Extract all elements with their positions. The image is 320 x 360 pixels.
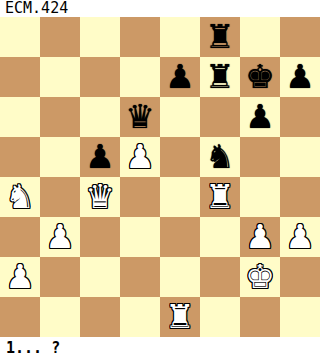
square-b6[interactable] — [40, 97, 80, 137]
square-a4[interactable]: ♞ — [0, 177, 40, 217]
square-g7[interactable]: ♚ — [240, 57, 280, 97]
square-c7[interactable] — [80, 57, 120, 97]
square-h8[interactable] — [280, 17, 320, 57]
square-f8[interactable]: ♜ — [200, 17, 240, 57]
square-a1[interactable] — [0, 297, 40, 337]
square-d1[interactable] — [120, 297, 160, 337]
square-a2[interactable]: ♟ — [0, 257, 40, 297]
square-f4[interactable]: ♜ — [200, 177, 240, 217]
square-e3[interactable] — [160, 217, 200, 257]
white-pawn[interactable]: ♟ — [45, 217, 75, 257]
square-f6[interactable] — [200, 97, 240, 137]
square-e4[interactable] — [160, 177, 200, 217]
square-b8[interactable] — [40, 17, 80, 57]
square-h3[interactable]: ♟ — [280, 217, 320, 257]
square-g5[interactable] — [240, 137, 280, 177]
white-pawn[interactable]: ♟ — [245, 217, 275, 257]
square-c1[interactable] — [80, 297, 120, 337]
square-a8[interactable] — [0, 17, 40, 57]
square-g1[interactable] — [240, 297, 280, 337]
black-pawn[interactable]: ♟ — [285, 57, 315, 97]
square-d7[interactable] — [120, 57, 160, 97]
black-queen[interactable]: ♛ — [125, 97, 155, 137]
square-h5[interactable] — [280, 137, 320, 177]
chess-board: ♜♟♜♚♟♛♟♟♟♞♞♛♜♟♟♟♟♚♜ — [0, 17, 320, 337]
square-b5[interactable] — [40, 137, 80, 177]
white-pawn[interactable]: ♟ — [285, 217, 315, 257]
square-e8[interactable] — [160, 17, 200, 57]
square-e1[interactable]: ♜ — [160, 297, 200, 337]
square-b2[interactable] — [40, 257, 80, 297]
square-c2[interactable] — [80, 257, 120, 297]
square-a7[interactable] — [0, 57, 40, 97]
square-b7[interactable] — [40, 57, 80, 97]
white-rook[interactable]: ♜ — [165, 297, 195, 337]
square-g3[interactable]: ♟ — [240, 217, 280, 257]
square-g4[interactable] — [240, 177, 280, 217]
black-king[interactable]: ♚ — [245, 57, 275, 97]
square-d8[interactable] — [120, 17, 160, 57]
square-d2[interactable] — [120, 257, 160, 297]
square-d5[interactable]: ♟ — [120, 137, 160, 177]
square-e2[interactable] — [160, 257, 200, 297]
square-e6[interactable] — [160, 97, 200, 137]
square-c8[interactable] — [80, 17, 120, 57]
square-g8[interactable] — [240, 17, 280, 57]
square-f3[interactable] — [200, 217, 240, 257]
square-a3[interactable] — [0, 217, 40, 257]
white-rook[interactable]: ♜ — [205, 177, 235, 217]
square-f5[interactable]: ♞ — [200, 137, 240, 177]
square-b1[interactable] — [40, 297, 80, 337]
square-h4[interactable] — [280, 177, 320, 217]
black-knight[interactable]: ♞ — [205, 137, 235, 177]
square-c5[interactable]: ♟ — [80, 137, 120, 177]
square-f2[interactable] — [200, 257, 240, 297]
black-pawn[interactable]: ♟ — [245, 97, 275, 137]
square-h2[interactable] — [280, 257, 320, 297]
square-f7[interactable]: ♜ — [200, 57, 240, 97]
black-rook[interactable]: ♜ — [205, 57, 235, 97]
square-d3[interactable] — [120, 217, 160, 257]
square-c4[interactable]: ♛ — [80, 177, 120, 217]
square-c3[interactable] — [80, 217, 120, 257]
square-g6[interactable]: ♟ — [240, 97, 280, 137]
square-e5[interactable] — [160, 137, 200, 177]
square-a5[interactable] — [0, 137, 40, 177]
chess-diagram-window: ECM.424 ♜♟♜♚♟♛♟♟♟♞♞♛♜♟♟♟♟♚♜ 1... ? — [0, 0, 320, 360]
white-knight[interactable]: ♞ — [5, 177, 35, 217]
square-b4[interactable] — [40, 177, 80, 217]
white-pawn[interactable]: ♟ — [5, 257, 35, 297]
square-h7[interactable]: ♟ — [280, 57, 320, 97]
black-rook[interactable]: ♜ — [205, 17, 235, 57]
square-h1[interactable] — [280, 297, 320, 337]
square-e7[interactable]: ♟ — [160, 57, 200, 97]
white-king[interactable]: ♚ — [245, 257, 275, 297]
white-queen[interactable]: ♛ — [85, 177, 115, 217]
square-d4[interactable] — [120, 177, 160, 217]
square-h6[interactable] — [280, 97, 320, 137]
black-pawn[interactable]: ♟ — [85, 137, 115, 177]
diagram-title: ECM.424 — [0, 0, 320, 17]
square-f1[interactable] — [200, 297, 240, 337]
move-prompt: 1... ? — [0, 337, 320, 360]
square-g2[interactable]: ♚ — [240, 257, 280, 297]
square-a6[interactable] — [0, 97, 40, 137]
square-c6[interactable] — [80, 97, 120, 137]
square-d6[interactable]: ♛ — [120, 97, 160, 137]
black-pawn[interactable]: ♟ — [165, 57, 195, 97]
square-b3[interactable]: ♟ — [40, 217, 80, 257]
white-pawn[interactable]: ♟ — [125, 137, 155, 177]
